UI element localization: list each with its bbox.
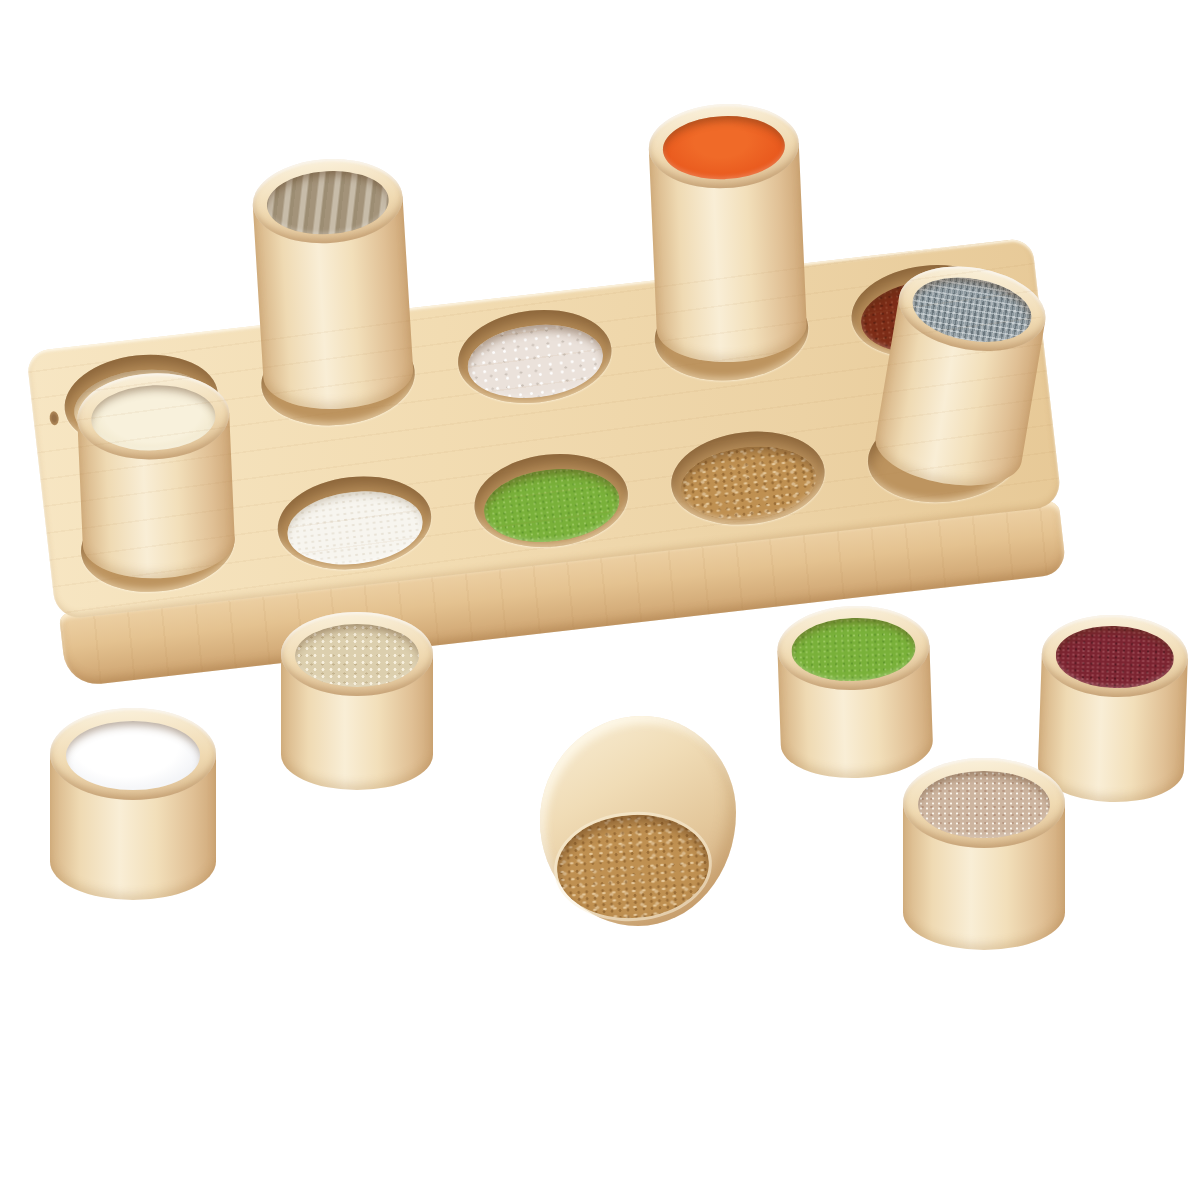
- loose-cylinder-white-smooth[interactable]: [50, 708, 216, 900]
- board-cell-r2c1: [51, 463, 263, 620]
- board-cell-r2c2: [248, 440, 460, 597]
- cork-disc: [677, 440, 820, 527]
- loose-cylinder-tan-sandpaper[interactable]: [903, 758, 1065, 950]
- white-foam-disc: [283, 484, 426, 571]
- loose-cylinder-green-felt[interactable]: [776, 603, 934, 780]
- white-glitter-foam-disc: [464, 318, 607, 405]
- loose-cylinder-beige-sponge[interactable]: [281, 612, 433, 790]
- beige-sponge-insert: [295, 624, 418, 687]
- board-cell-r2c3: [445, 418, 657, 575]
- recess-r2c4[interactable]: [666, 424, 829, 533]
- board-cell-r1c4: [626, 261, 838, 418]
- board-cell-r1c2: [233, 306, 445, 463]
- recess-r2c3[interactable]: [469, 446, 632, 555]
- loose-cylinder-cork-lying[interactable]: [540, 716, 736, 926]
- cylinder-ridged-texture[interactable]: [250, 155, 415, 414]
- board-cell-r2c5: [838, 373, 1050, 530]
- cylinder-orange-felt[interactable]: [647, 101, 808, 365]
- product-photo-scene: [0, 0, 1200, 1200]
- recess-r1c3[interactable]: [453, 302, 616, 411]
- board-cell-r2c4: [641, 395, 853, 552]
- white-smooth-insert: [66, 721, 200, 790]
- board-cell-r1c3: [429, 284, 641, 441]
- cylinder-cream-smooth[interactable]: [75, 370, 236, 581]
- tan-sandpaper-insert: [918, 771, 1049, 839]
- recess-r2c2[interactable]: [273, 468, 436, 577]
- green-felt-disc: [480, 462, 623, 549]
